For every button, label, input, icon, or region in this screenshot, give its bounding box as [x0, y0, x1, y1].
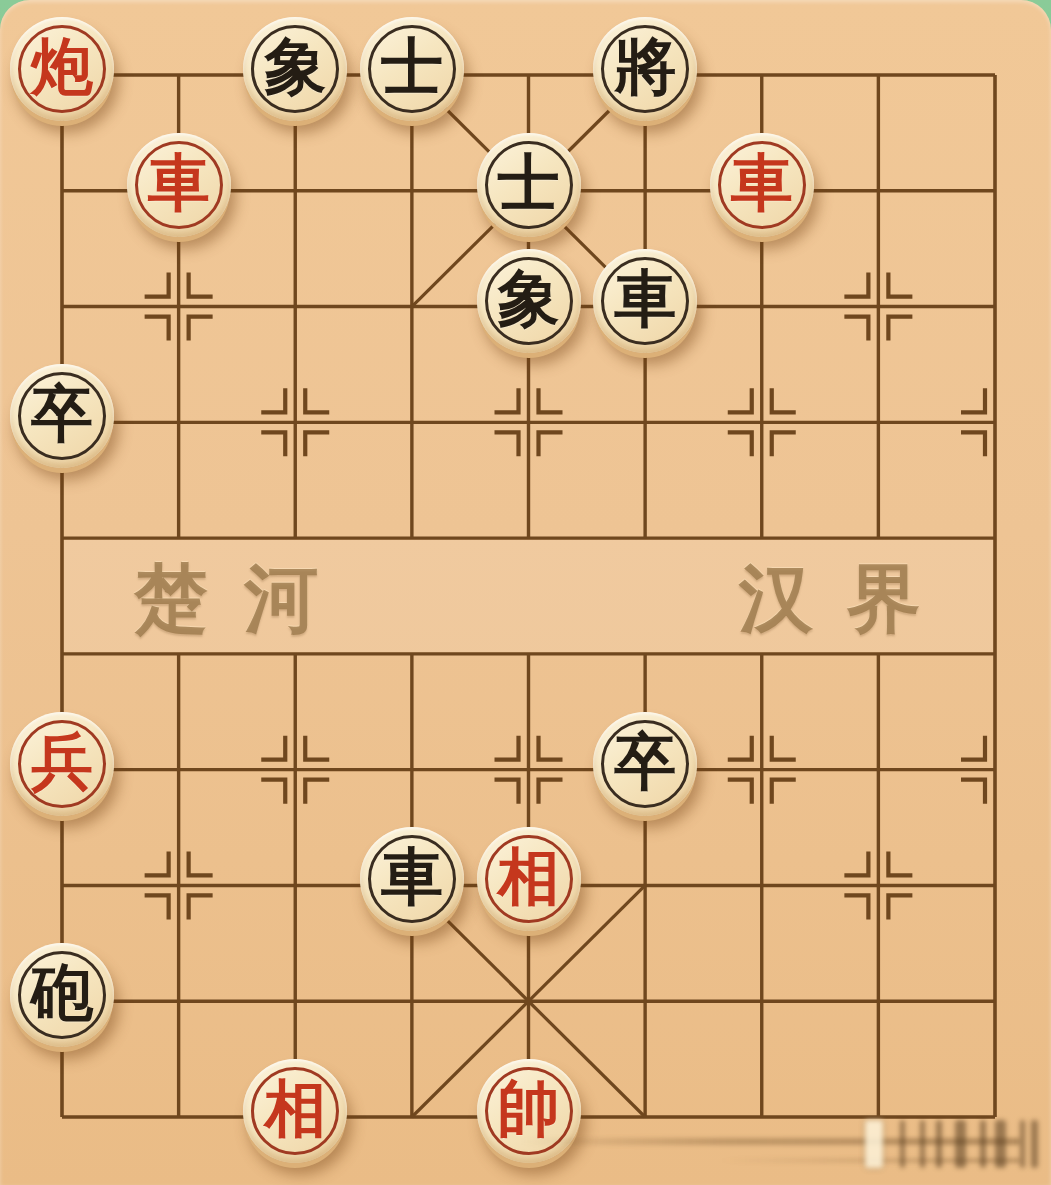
piece-black-elephant[interactable]: 象	[243, 17, 347, 121]
piece-red-general[interactable]: 帥	[477, 1059, 581, 1163]
piece-glyph: 士	[381, 36, 443, 98]
piece-glyph: 卒	[31, 383, 93, 445]
piece-red-cannon[interactable]: 炮	[10, 17, 114, 121]
piece-red-elephant[interactable]: 相	[477, 827, 581, 931]
piece-glyph: 卒	[614, 731, 676, 793]
piece-black-advisor[interactable]: 士	[477, 133, 581, 237]
piece-glyph: 相	[498, 846, 560, 908]
pieces-layer: 炮象士將車士車象車卒兵卒車相砲相帥	[4, 11, 1051, 1169]
piece-glyph: 車	[148, 152, 210, 214]
piece-glyph: 兵	[31, 731, 93, 793]
piece-glyph: 車	[614, 268, 676, 330]
piece-black-chariot[interactable]: 車	[360, 827, 464, 931]
piece-glyph: 車	[731, 152, 793, 214]
piece-glyph: 象	[498, 268, 560, 330]
piece-black-general[interactable]: 將	[593, 17, 697, 121]
piece-black-soldier[interactable]: 卒	[10, 364, 114, 468]
xiangqi-app: 楚河 汉界 炮象士將車士車象車卒兵卒車相砲相帥	[0, 0, 1051, 1185]
piece-red-soldier[interactable]: 兵	[10, 712, 114, 816]
piece-black-soldier[interactable]: 卒	[593, 712, 697, 816]
piece-glyph: 士	[498, 152, 560, 214]
piece-red-chariot[interactable]: 車	[127, 133, 231, 237]
piece-glyph: 相	[264, 1078, 326, 1140]
piece-red-chariot[interactable]: 車	[710, 133, 814, 237]
piece-black-cannon[interactable]: 砲	[10, 943, 114, 1047]
piece-glyph: 車	[381, 846, 443, 908]
piece-black-chariot[interactable]: 車	[593, 249, 697, 353]
piece-black-elephant[interactable]: 象	[477, 249, 581, 353]
piece-glyph: 炮	[31, 36, 93, 98]
piece-red-elephant[interactable]: 相	[243, 1059, 347, 1163]
piece-glyph: 將	[614, 36, 676, 98]
xiangqi-board: 楚河 汉界 炮象士將車士車象車卒兵卒車相砲相帥	[0, 0, 1051, 1185]
piece-glyph: 象	[264, 36, 326, 98]
piece-glyph: 砲	[31, 962, 93, 1024]
piece-glyph: 帥	[498, 1078, 560, 1140]
piece-black-advisor[interactable]: 士	[360, 17, 464, 121]
